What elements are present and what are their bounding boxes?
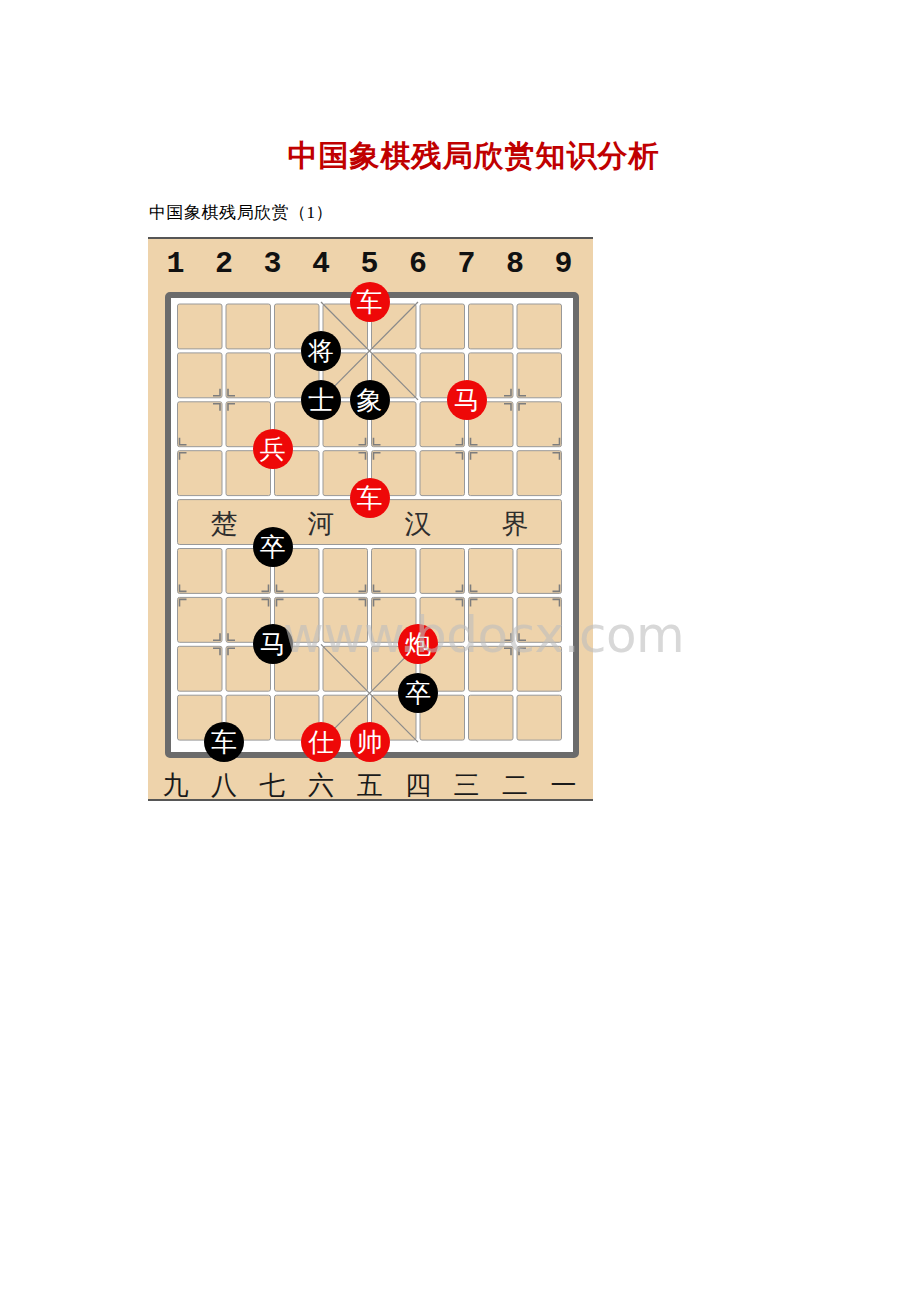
piece-red-soldier[interactable]: 兵 <box>253 429 293 469</box>
piece-red-general[interactable]: 帅 <box>350 722 390 762</box>
piece-black-advisor[interactable]: 士 <box>301 380 341 420</box>
document-content: 中国象棋残局欣赏知识分析 中国象棋残局欣赏（1） 123456789 楚河汉界 … <box>148 0 799 1302</box>
piece-red-chariot[interactable]: 车 <box>350 478 390 518</box>
piece-black-soldier[interactable]: 卒 <box>398 673 438 713</box>
pieces-layer: 车将士象马兵车卒马炮卒车仕帅 <box>148 239 593 799</box>
piece-black-soldier[interactable]: 卒 <box>253 527 293 567</box>
page-title: 中国象棋残局欣赏知识分析 <box>148 136 799 177</box>
piece-black-horse[interactable]: 马 <box>253 624 293 664</box>
piece-red-cannon[interactable]: 炮 <box>398 624 438 664</box>
piece-red-chariot[interactable]: 车 <box>350 282 390 322</box>
piece-black-chariot[interactable]: 车 <box>204 722 244 762</box>
piece-red-horse[interactable]: 马 <box>447 380 487 420</box>
xiangqi-board-diagram: 123456789 楚河汉界 车将士象马兵车卒马炮卒车仕帅 九八七六五四三二一 <box>148 237 593 801</box>
page-subtitle: 中国象棋残局欣赏（1） <box>149 201 333 224</box>
piece-black-general[interactable]: 将 <box>301 331 341 371</box>
piece-black-elephant[interactable]: 象 <box>350 380 390 420</box>
piece-red-advisor[interactable]: 仕 <box>301 722 341 762</box>
